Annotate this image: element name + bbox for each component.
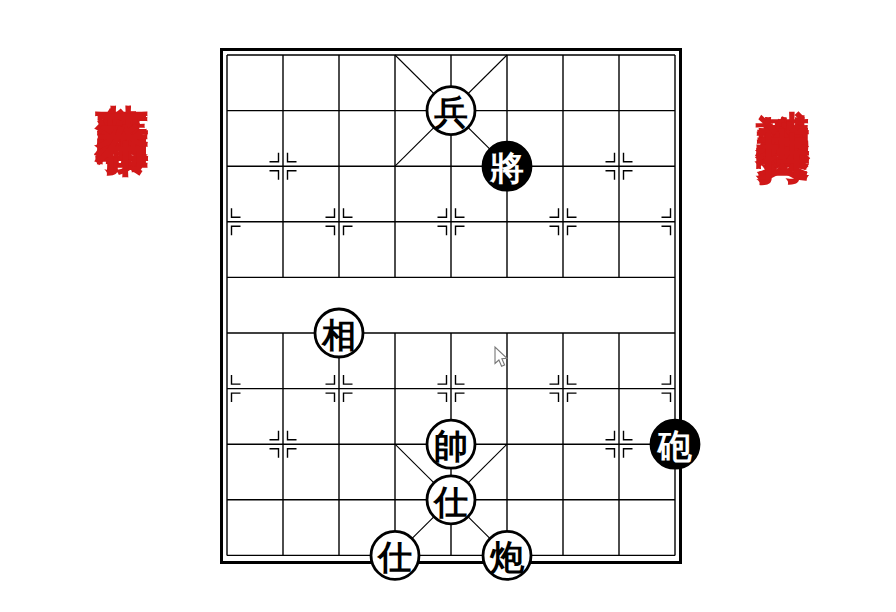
piece-glyph: 炮 <box>489 537 525 577</box>
xiangqi-board[interactable]: 兵將相帥砲仕仕炮 <box>220 48 682 564</box>
piece-glyph: 仕 <box>376 537 412 577</box>
piece-glyph: 兵 <box>433 92 468 132</box>
piece-glyph: 將 <box>489 148 524 188</box>
piece-glyph: 仕 <box>432 482 468 522</box>
piece-red-cannon[interactable]: 炮 <box>483 531 531 579</box>
right-banner-text: 感謝棋友賞金支持 <box>757 66 811 90</box>
piece-black-cannon[interactable]: 砲 <box>651 420 699 468</box>
piece-glyph: 帥 <box>434 426 468 466</box>
xiangqi-board-svg[interactable]: 兵將相帥砲仕仕炮 <box>220 48 682 564</box>
piece-red-elephant[interactable]: 相 <box>315 309 363 357</box>
piece-red-general[interactable]: 帥 <box>427 420 475 468</box>
piece-red-advisor[interactable]: 仕 <box>371 531 419 579</box>
piece-black-general[interactable]: 將 <box>483 142 531 190</box>
page-background: 萬集精品正在發布 感謝棋友賞金支持 兵將相帥砲仕仕炮 <box>0 0 896 612</box>
piece-glyph: 砲 <box>656 426 692 466</box>
piece-red-soldier[interactable]: 兵 <box>427 87 475 135</box>
piece-red-advisor[interactable]: 仕 <box>427 476 475 524</box>
piece-glyph: 相 <box>321 315 356 355</box>
left-banner-text: 萬集精品正在發布 <box>96 61 150 85</box>
